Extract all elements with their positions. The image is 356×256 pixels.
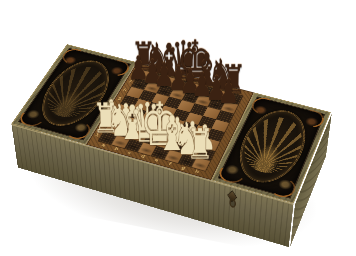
piece-black-pawn-h7[interactable]: ♟ <box>218 75 240 108</box>
piece-white-rook-h1[interactable]: ♜ <box>186 124 213 165</box>
scroll-ornament-icon <box>20 108 46 128</box>
scroll-ornament-icon <box>294 107 328 131</box>
scroll-ornament-icon <box>269 178 296 198</box>
chess-case: ♜♞♝♛♚♝♞♜♟♟♟♟♟♟♟♟♟♟♟♟♟♟♟♟♜♞♝♛♚♝♞♜ abcdefg… <box>11 44 331 203</box>
palmette-ornament-icon <box>235 112 311 180</box>
scroll-ornament-icon <box>65 121 92 139</box>
scene: ♜♞♝♛♚♝♞♜♟♟♟♟♟♟♟♟♟♟♟♟♟♟♟♟♜♞♝♛♚♝♞♜ abcdefg… <box>0 0 356 256</box>
clasp-hook <box>229 198 236 208</box>
scroll-ornament-icon <box>217 163 247 185</box>
product-photo: ♜♞♝♛♚♝♞♜♟♟♟♟♟♟♟♟♟♟♟♟♟♟♟♟♜♞♝♛♚♝♞♜ abcdefg… <box>0 0 356 256</box>
front-clasp-icon <box>227 190 237 207</box>
